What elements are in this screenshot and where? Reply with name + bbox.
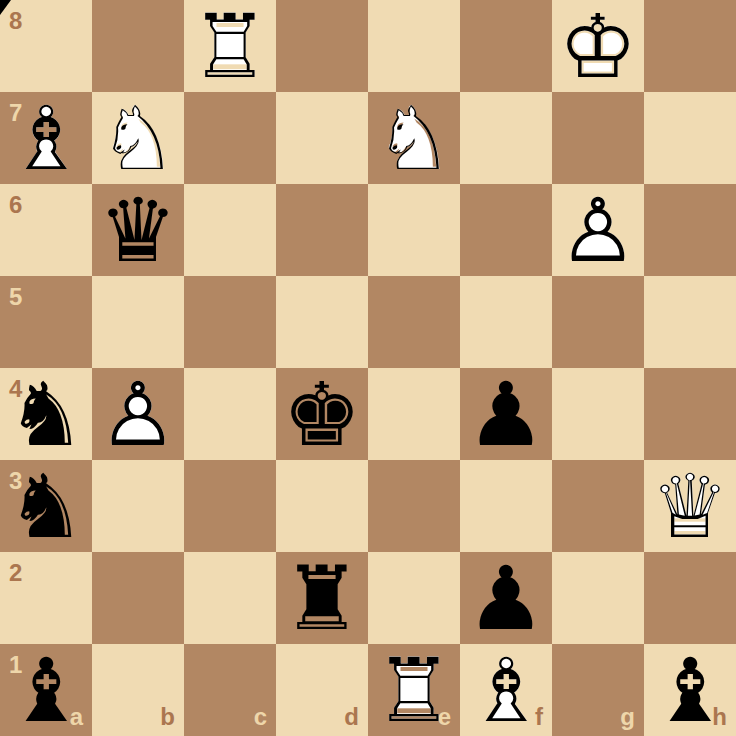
square-c5[interactable] bbox=[184, 276, 276, 368]
square-b7[interactable]: ♞♘ bbox=[92, 92, 184, 184]
square-c7[interactable] bbox=[184, 92, 276, 184]
square-a3[interactable]: 3♞ bbox=[0, 460, 92, 552]
square-g2[interactable] bbox=[552, 552, 644, 644]
piece-solid-layer: ♞ bbox=[0, 461, 92, 553]
white-pawn-icon[interactable]: ♟♙ bbox=[92, 368, 184, 460]
piece-outline-layer: ♙ bbox=[92, 369, 184, 461]
piece-outline-layer: ♗ bbox=[0, 93, 92, 185]
white-bishop-icon[interactable]: ♝♗ bbox=[0, 92, 92, 184]
piece-solid-layer: ♞ bbox=[0, 369, 92, 461]
square-g6[interactable]: ♟♙ bbox=[552, 184, 644, 276]
black-rook-icon[interactable]: ♜ bbox=[276, 552, 368, 644]
square-f5[interactable] bbox=[460, 276, 552, 368]
square-h8[interactable] bbox=[644, 0, 736, 92]
piece-solid-layer: ♟ bbox=[460, 553, 552, 645]
square-a4[interactable]: 4♞ bbox=[0, 368, 92, 460]
rank-label-2: 2 bbox=[9, 561, 22, 585]
square-h6[interactable] bbox=[644, 184, 736, 276]
piece-outline-layer: ♔ bbox=[552, 1, 644, 93]
black-bishop-icon[interactable]: ♝ bbox=[644, 644, 736, 736]
square-c1[interactable]: c bbox=[184, 644, 276, 736]
piece-solid-layer: ♟ bbox=[460, 369, 552, 461]
square-e5[interactable] bbox=[368, 276, 460, 368]
square-g7[interactable] bbox=[552, 92, 644, 184]
square-d8[interactable] bbox=[276, 0, 368, 92]
square-f2[interactable]: ♟ bbox=[460, 552, 552, 644]
square-b4[interactable]: ♟♙ bbox=[92, 368, 184, 460]
square-d4[interactable]: ♚ bbox=[276, 368, 368, 460]
piece-solid-layer: ♝ bbox=[644, 645, 736, 736]
square-d1[interactable]: d bbox=[276, 644, 368, 736]
square-g5[interactable] bbox=[552, 276, 644, 368]
piece-outline-layer: ♘ bbox=[368, 93, 460, 185]
white-king-icon[interactable]: ♚♔ bbox=[552, 0, 644, 92]
rank-label-8: 8 bbox=[9, 9, 22, 33]
square-d5[interactable] bbox=[276, 276, 368, 368]
square-a6[interactable]: 6 bbox=[0, 184, 92, 276]
white-bishop-icon[interactable]: ♝♗ bbox=[460, 644, 552, 736]
square-g1[interactable]: g bbox=[552, 644, 644, 736]
square-b3[interactable] bbox=[92, 460, 184, 552]
square-a1[interactable]: 1a♝ bbox=[0, 644, 92, 736]
piece-outline-layer: ♖ bbox=[184, 1, 276, 93]
square-f4[interactable]: ♟ bbox=[460, 368, 552, 460]
piece-outline-layer: ♕ bbox=[644, 461, 736, 553]
square-h7[interactable] bbox=[644, 92, 736, 184]
square-f1[interactable]: f♝♗ bbox=[460, 644, 552, 736]
square-c2[interactable] bbox=[184, 552, 276, 644]
square-h3[interactable]: ♛♕ bbox=[644, 460, 736, 552]
square-f8[interactable] bbox=[460, 0, 552, 92]
square-b8[interactable] bbox=[92, 0, 184, 92]
square-e2[interactable] bbox=[368, 552, 460, 644]
square-b2[interactable] bbox=[92, 552, 184, 644]
piece-solid-layer: ♝ bbox=[0, 645, 92, 736]
square-a7[interactable]: 7♝♗ bbox=[0, 92, 92, 184]
square-e4[interactable] bbox=[368, 368, 460, 460]
chess-board: 8♜♖♚♔7♝♗♞♘♞♘6♛♟♙54♞♟♙♚♟3♞♛♕2♜♟1a♝bcde♜♖f… bbox=[0, 0, 736, 736]
square-h1[interactable]: h♝ bbox=[644, 644, 736, 736]
white-rook-icon[interactable]: ♜♖ bbox=[184, 0, 276, 92]
square-c3[interactable] bbox=[184, 460, 276, 552]
black-knight-icon[interactable]: ♞ bbox=[0, 368, 92, 460]
piece-outline-layer: ♗ bbox=[460, 645, 552, 736]
square-b5[interactable] bbox=[92, 276, 184, 368]
square-e1[interactable]: e♜♖ bbox=[368, 644, 460, 736]
square-h4[interactable] bbox=[644, 368, 736, 460]
white-knight-icon[interactable]: ♞♘ bbox=[92, 92, 184, 184]
piece-outline-layer: ♖ bbox=[368, 645, 460, 736]
file-label-b: b bbox=[160, 705, 175, 729]
black-knight-icon[interactable]: ♞ bbox=[0, 460, 92, 552]
white-rook-icon[interactable]: ♜♖ bbox=[368, 644, 460, 736]
piece-outline-layer: ♘ bbox=[92, 93, 184, 185]
square-d7[interactable] bbox=[276, 92, 368, 184]
black-bishop-icon[interactable]: ♝ bbox=[0, 644, 92, 736]
square-d3[interactable] bbox=[276, 460, 368, 552]
square-d2[interactable]: ♜ bbox=[276, 552, 368, 644]
white-pawn-icon[interactable]: ♟♙ bbox=[552, 184, 644, 276]
piece-solid-layer: ♚ bbox=[276, 369, 368, 461]
black-queen-icon[interactable]: ♛ bbox=[92, 184, 184, 276]
square-g4[interactable] bbox=[552, 368, 644, 460]
white-knight-icon[interactable]: ♞♘ bbox=[368, 92, 460, 184]
square-g3[interactable] bbox=[552, 460, 644, 552]
square-e7[interactable]: ♞♘ bbox=[368, 92, 460, 184]
square-e8[interactable] bbox=[368, 0, 460, 92]
piece-solid-layer: ♛ bbox=[92, 185, 184, 277]
square-f6[interactable] bbox=[460, 184, 552, 276]
piece-solid-layer: ♜ bbox=[276, 553, 368, 645]
file-label-c: c bbox=[254, 705, 267, 729]
square-a8[interactable]: 8 bbox=[0, 0, 92, 92]
square-f7[interactable] bbox=[460, 92, 552, 184]
square-d6[interactable] bbox=[276, 184, 368, 276]
square-h2[interactable] bbox=[644, 552, 736, 644]
black-pawn-icon[interactable]: ♟ bbox=[460, 552, 552, 644]
piece-outline-layer: ♙ bbox=[552, 185, 644, 277]
square-c8[interactable]: ♜♖ bbox=[184, 0, 276, 92]
white-queen-icon[interactable]: ♛♕ bbox=[644, 460, 736, 552]
square-g8[interactable]: ♚♔ bbox=[552, 0, 644, 92]
square-c4[interactable] bbox=[184, 368, 276, 460]
square-h5[interactable] bbox=[644, 276, 736, 368]
black-pawn-icon[interactable]: ♟ bbox=[460, 368, 552, 460]
black-king-icon[interactable]: ♚ bbox=[276, 368, 368, 460]
file-label-g: g bbox=[620, 705, 635, 729]
square-c6[interactable] bbox=[184, 184, 276, 276]
square-b6[interactable]: ♛ bbox=[92, 184, 184, 276]
square-f3[interactable] bbox=[460, 460, 552, 552]
square-b1[interactable]: b bbox=[92, 644, 184, 736]
rank-label-5: 5 bbox=[9, 285, 22, 309]
file-label-d: d bbox=[344, 705, 359, 729]
square-e3[interactable] bbox=[368, 460, 460, 552]
square-a5[interactable]: 5 bbox=[0, 276, 92, 368]
square-e6[interactable] bbox=[368, 184, 460, 276]
square-a2[interactable]: 2 bbox=[0, 552, 92, 644]
rank-label-6: 6 bbox=[9, 193, 22, 217]
